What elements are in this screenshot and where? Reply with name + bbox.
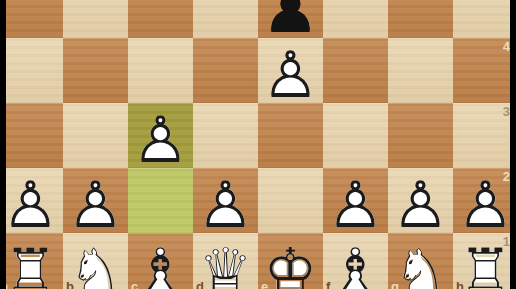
white-pawn[interactable]: ♟♙ xyxy=(258,38,323,103)
letterbox-right xyxy=(510,0,516,289)
white-pawn[interactable]: ♟♙ xyxy=(193,168,258,233)
white-pawn[interactable]: ♟♙ xyxy=(0,168,63,233)
video-frame: 876♟♟5♟♙4♟♙3♟♙♟♙♟♙♟♙♟♙2♟♙a♜♖b♞♘c♝♗d♛♕e♚♔… xyxy=(0,0,516,289)
rank-label-4: 4 xyxy=(503,40,510,53)
white-pawn-outline: ♙ xyxy=(457,172,514,236)
white-pawn[interactable]: ♟♙ xyxy=(323,168,388,233)
square-a3[interactable] xyxy=(0,103,63,168)
white-queen[interactable]: ♛♕ xyxy=(193,233,258,289)
square-e5[interactable]: ♟♟ xyxy=(258,0,323,38)
square-g5[interactable] xyxy=(388,0,453,38)
square-c5[interactable] xyxy=(128,0,193,38)
white-pawn-outline: ♙ xyxy=(262,42,319,106)
square-b3[interactable] xyxy=(63,103,128,168)
square-g1[interactable]: g♞♘ xyxy=(388,233,453,289)
square-e2[interactable] xyxy=(258,168,323,233)
square-c1[interactable]: c♝♗ xyxy=(128,233,193,289)
white-pawn[interactable]: ♟♙ xyxy=(388,168,453,233)
chess-board: 876♟♟5♟♙4♟♙3♟♙♟♙♟♙♟♙♟♙2♟♙a♜♖b♞♘c♝♗d♛♕e♚♔… xyxy=(0,0,516,289)
square-a4[interactable] xyxy=(0,38,63,103)
square-g3[interactable] xyxy=(388,103,453,168)
white-bishop[interactable]: ♝♗ xyxy=(323,233,388,289)
white-rook[interactable]: ♜♖ xyxy=(0,233,63,289)
square-b2[interactable]: ♟♙ xyxy=(63,168,128,233)
square-f5[interactable] xyxy=(323,0,388,38)
square-f1[interactable]: f♝♗ xyxy=(323,233,388,289)
square-a1[interactable]: a♜♖ xyxy=(0,233,63,289)
black-pawn[interactable]: ♟♟ xyxy=(258,0,323,38)
white-knight-outline: ♘ xyxy=(69,239,123,289)
square-a5[interactable] xyxy=(0,0,63,38)
white-queen-outline: ♕ xyxy=(199,239,253,289)
white-pawn-outline: ♙ xyxy=(197,172,254,236)
square-h3[interactable]: 3 xyxy=(453,103,516,168)
square-f2[interactable]: ♟♙ xyxy=(323,168,388,233)
square-d2[interactable]: ♟♙ xyxy=(193,168,258,233)
white-pawn-outline: ♙ xyxy=(392,172,449,236)
white-rook[interactable]: ♜♖ xyxy=(453,233,516,289)
white-pawn-outline: ♙ xyxy=(132,107,189,171)
square-d5[interactable] xyxy=(193,0,258,38)
square-h4[interactable]: 4 xyxy=(453,38,516,103)
white-bishop[interactable]: ♝♗ xyxy=(128,233,193,289)
square-b5[interactable] xyxy=(63,0,128,38)
square-g2[interactable]: ♟♙ xyxy=(388,168,453,233)
square-h1[interactable]: 1h♜♖ xyxy=(453,233,516,289)
white-knight-outline: ♘ xyxy=(394,239,448,289)
square-d3[interactable] xyxy=(193,103,258,168)
square-h5[interactable]: 5 xyxy=(453,0,516,38)
white-rook-outline: ♖ xyxy=(4,239,58,289)
white-bishop-outline: ♗ xyxy=(134,239,188,289)
rank-label-3: 3 xyxy=(503,105,510,118)
white-rook-outline: ♖ xyxy=(459,239,513,289)
square-a2[interactable]: ♟♙ xyxy=(0,168,63,233)
white-pawn[interactable]: ♟♙ xyxy=(128,103,193,168)
square-b4[interactable] xyxy=(63,38,128,103)
white-bishop-outline: ♗ xyxy=(329,239,383,289)
white-pawn-outline: ♙ xyxy=(2,172,59,236)
square-d4[interactable] xyxy=(193,38,258,103)
white-pawn-outline: ♙ xyxy=(327,172,384,236)
white-pawn-outline: ♙ xyxy=(67,172,124,236)
square-e1[interactable]: e♚♔ xyxy=(258,233,323,289)
square-b1[interactable]: b♞♘ xyxy=(63,233,128,289)
square-c3[interactable]: ♟♙ xyxy=(128,103,193,168)
white-knight[interactable]: ♞♘ xyxy=(63,233,128,289)
square-g4[interactable] xyxy=(388,38,453,103)
square-c4[interactable] xyxy=(128,38,193,103)
square-e3[interactable] xyxy=(258,103,323,168)
square-f4[interactable] xyxy=(323,38,388,103)
square-e4[interactable]: ♟♙ xyxy=(258,38,323,103)
square-d1[interactable]: d♛♕ xyxy=(193,233,258,289)
white-king[interactable]: ♚♔ xyxy=(258,233,323,289)
black-pawn-outline: ♟ xyxy=(262,0,319,41)
square-h2[interactable]: 2♟♙ xyxy=(453,168,516,233)
white-pawn[interactable]: ♟♙ xyxy=(453,168,516,233)
white-pawn[interactable]: ♟♙ xyxy=(63,168,128,233)
square-c2[interactable] xyxy=(128,168,193,233)
square-f3[interactable] xyxy=(323,103,388,168)
white-king-outline: ♔ xyxy=(264,239,318,289)
white-knight[interactable]: ♞♘ xyxy=(388,233,453,289)
letterbox-left xyxy=(0,0,6,289)
